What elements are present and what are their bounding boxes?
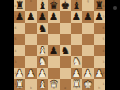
coord-rank-left-7: 7 [15, 15, 17, 18]
square-h1[interactable]: h1 [94, 79, 105, 90]
piece-black-bishop-f8: ♝ [72, 0, 81, 11]
square-f3[interactable]: ♞ [71, 56, 82, 67]
square-d5[interactable] [48, 34, 59, 45]
piece-white-rook-a1: ♜ [15, 78, 24, 89]
square-c7[interactable]: ♟ [37, 11, 48, 22]
square-f4[interactable] [71, 45, 82, 56]
piece-white-knight-c3: ♞ [38, 56, 47, 67]
coord-file-top-f: f [76, 0, 77, 3]
piece-white-pawn-c2: ♟ [38, 67, 47, 78]
piece-black-pawn-a7: ♟ [15, 11, 24, 22]
square-g6[interactable] [82, 23, 93, 34]
piece-black-king-e8: ♚ [61, 0, 70, 11]
piece-black-rook-h8: ♜ [95, 0, 104, 11]
square-g3[interactable] [82, 56, 93, 67]
thumbnail-stage: ♜a8b♝c♛d♚e♝fg♜h8♟7♟♟♟♟♟♟76♞6554♝♟♞43♞♞3♟… [0, 0, 120, 90]
square-f6[interactable] [71, 23, 82, 34]
square-f7[interactable]: ♟ [71, 11, 82, 22]
coord-rank-right-5: 5 [103, 38, 105, 41]
coord-file-top-e: e [64, 0, 66, 3]
square-a7[interactable]: ♟7 [14, 11, 25, 22]
square-a4[interactable]: 4 [14, 45, 25, 56]
square-a1[interactable]: ♜a1 [14, 79, 25, 90]
piece-black-pawn-b7: ♟ [27, 11, 36, 22]
coord-rank-right-3: 3 [103, 60, 105, 63]
square-b3[interactable] [25, 56, 36, 67]
square-f8[interactable]: ♝f [71, 0, 82, 11]
square-e4[interactable]: ♞ [60, 45, 71, 56]
piece-black-knight-c6: ♞ [38, 22, 47, 33]
piece-black-pawn-h7: ♟ [95, 11, 104, 22]
coord-file-bottom-f: f [76, 87, 77, 90]
piece-white-pawn-h2: ♟ [95, 67, 104, 78]
square-e1[interactable]: e [60, 79, 71, 90]
square-a3[interactable]: 3 [14, 56, 25, 67]
square-h8[interactable]: ♜h8 [94, 0, 105, 11]
square-b8[interactable]: b [25, 0, 36, 11]
piece-white-rook-f1: ♜ [72, 78, 81, 89]
left-letterbox-bar [0, 0, 14, 90]
piece-white-king-g1: ♚ [83, 78, 92, 89]
piece-white-pawn-b2: ♟ [27, 67, 36, 78]
coord-file-bottom-c: c [42, 87, 44, 90]
coord-file-top-b: b [30, 0, 32, 3]
coord-file-bottom-g: g [87, 87, 89, 90]
piece-white-queen-d1: ♛ [49, 78, 58, 89]
square-d1[interactable]: ♛d [48, 79, 59, 90]
square-a5[interactable]: 5 [14, 34, 25, 45]
coord-file-bottom-b: b [30, 87, 32, 90]
square-h3[interactable]: 3 [94, 56, 105, 67]
coord-rank-left-6: 6 [15, 27, 17, 30]
coord-rank-right-1: 1 [103, 83, 105, 86]
coord-file-top-c: c [42, 0, 44, 3]
square-e6[interactable] [60, 23, 71, 34]
square-h5[interactable]: 5 [94, 34, 105, 45]
coord-rank-left-8: 8 [15, 4, 17, 7]
square-c6[interactable]: ♞ [37, 23, 48, 34]
square-c1[interactable]: ♝c [37, 79, 48, 90]
coord-file-bottom-h: h [98, 87, 100, 90]
piece-white-pawn-f2: ♟ [72, 67, 81, 78]
square-h2[interactable]: ♟2 [94, 68, 105, 79]
piece-black-knight-e4: ♞ [61, 45, 70, 56]
piece-white-bishop-c1: ♝ [38, 78, 47, 89]
coord-file-top-g: g [87, 0, 89, 3]
square-b7[interactable]: ♟ [25, 11, 36, 22]
piece-black-queen-d8: ♛ [49, 0, 58, 11]
square-d6[interactable] [48, 23, 59, 34]
square-a6[interactable]: 6 [14, 23, 25, 34]
piece-black-pawn-c7: ♟ [38, 11, 47, 22]
piece-black-rook-a8: ♜ [15, 0, 24, 11]
coord-rank-right-7: 7 [103, 15, 105, 18]
coord-file-bottom-d: d [53, 87, 55, 90]
piece-black-pawn-d4: ♟ [49, 45, 58, 56]
square-g1[interactable]: ♚g [82, 79, 93, 90]
square-f2[interactable]: ♟ [71, 68, 82, 79]
square-e2[interactable] [60, 68, 71, 79]
coord-rank-right-4: 4 [103, 49, 105, 52]
square-e8[interactable]: ♚e [60, 0, 71, 11]
square-f1[interactable]: ♜f [71, 79, 82, 90]
coord-rank-right-6: 6 [103, 27, 105, 30]
indicator-dot [113, 6, 117, 10]
coord-file-top-h: h [98, 0, 100, 3]
piece-black-pawn-g7: ♟ [83, 11, 92, 22]
square-b4[interactable] [25, 45, 36, 56]
square-g2[interactable]: ♟ [82, 68, 93, 79]
square-d4[interactable]: ♟ [48, 45, 59, 56]
square-e5[interactable] [60, 34, 71, 45]
square-d3[interactable] [48, 56, 59, 67]
coord-file-top-a: a [19, 0, 21, 3]
square-b1[interactable]: b [25, 79, 36, 90]
piece-white-knight-f3: ♞ [72, 56, 81, 67]
square-g5[interactable] [82, 34, 93, 45]
chess-board: ♜a8b♝c♛d♚e♝fg♜h8♟7♟♟♟♟♟♟76♞6554♝♟♞43♞♞3♟… [14, 0, 105, 90]
piece-white-pawn-g2: ♟ [83, 67, 92, 78]
square-c2[interactable]: ♟ [37, 68, 48, 79]
square-b6[interactable] [25, 23, 36, 34]
coord-rank-left-1: 1 [15, 83, 17, 86]
square-b5[interactable] [25, 34, 36, 45]
square-c5[interactable] [37, 34, 48, 45]
piece-black-pawn-f7: ♟ [72, 11, 81, 22]
coord-rank-left-3: 3 [15, 60, 17, 63]
square-e7[interactable] [60, 11, 71, 22]
square-d2[interactable] [48, 68, 59, 79]
piece-white-bishop-c4: ♝ [38, 45, 47, 56]
piece-black-bishop-c8: ♝ [38, 0, 47, 11]
square-h6[interactable]: 6 [94, 23, 105, 34]
coord-rank-right-8: 8 [103, 4, 105, 7]
square-g7[interactable]: ♟ [82, 11, 93, 22]
square-c4[interactable]: ♝ [37, 45, 48, 56]
square-b2[interactable]: ♟ [25, 68, 36, 79]
piece-black-pawn-d7: ♟ [49, 11, 58, 22]
square-a2[interactable]: ♟2 [14, 68, 25, 79]
square-a8[interactable]: ♜a8 [14, 0, 25, 11]
square-d7[interactable]: ♟ [48, 11, 59, 22]
square-h4[interactable]: 4 [94, 45, 105, 56]
square-d8[interactable]: ♛d [48, 0, 59, 11]
square-c8[interactable]: ♝c [37, 0, 48, 11]
square-g4[interactable] [82, 45, 93, 56]
square-h7[interactable]: ♟7 [94, 11, 105, 22]
coord-rank-left-4: 4 [15, 49, 17, 52]
piece-white-pawn-a2: ♟ [15, 67, 24, 78]
coord-file-bottom-e: e [64, 87, 66, 90]
square-e3[interactable] [60, 56, 71, 67]
right-letterbox-bar [105, 0, 120, 90]
square-g8[interactable]: g [82, 0, 93, 11]
coord-file-bottom-a: a [19, 87, 21, 90]
square-c3[interactable]: ♞ [37, 56, 48, 67]
coord-rank-left-5: 5 [15, 38, 17, 41]
coord-rank-right-2: 2 [103, 72, 105, 75]
coord-file-top-d: d [53, 0, 55, 3]
coord-rank-left-2: 2 [15, 72, 17, 75]
square-f5[interactable] [71, 34, 82, 45]
